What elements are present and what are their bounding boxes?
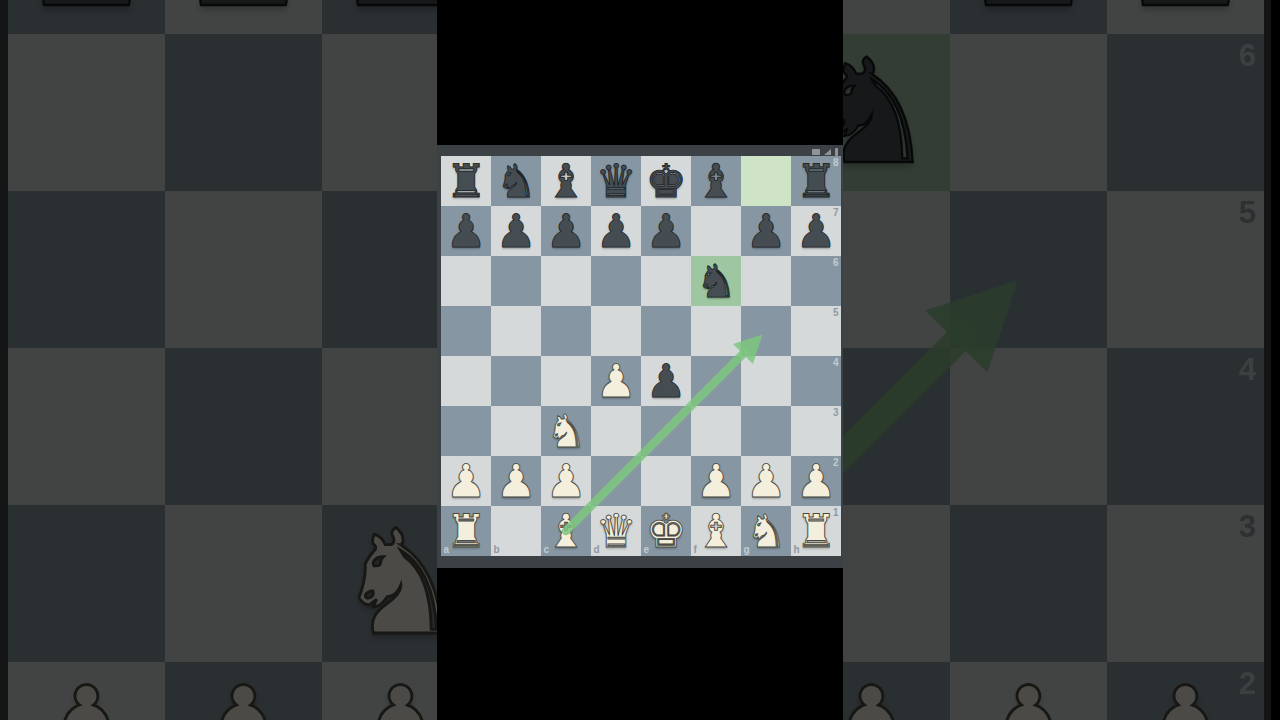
square-e4[interactable]: ♟ — [641, 356, 691, 406]
bg-square-g5 — [950, 191, 1107, 348]
bg-black-pawn: ♟ — [964, 0, 1094, 28]
white-knight[interactable]: ♞ — [545, 408, 586, 454]
bg-square-b7: ♟ — [165, 0, 322, 34]
square-h4[interactable]: 4 — [791, 356, 841, 406]
white-pawn[interactable]: ♟ — [595, 358, 636, 404]
bg-white-pawn: ♟ — [1121, 668, 1251, 720]
square-g6[interactable] — [741, 256, 791, 306]
black-rook[interactable]: ♜ — [445, 158, 486, 204]
square-a1[interactable]: ♜a — [441, 506, 491, 556]
bg-rank-label-6: 6 — [1239, 40, 1256, 71]
bg-white-pawn: ♟ — [22, 668, 152, 720]
square-e3[interactable] — [641, 406, 691, 456]
bg-square-a7: ♟ — [8, 0, 165, 34]
square-d4[interactable]: ♟ — [591, 356, 641, 406]
square-g4[interactable] — [741, 356, 791, 406]
rank-label-7: 7 — [833, 208, 839, 218]
square-b6[interactable] — [491, 256, 541, 306]
square-e1[interactable]: ♚e — [641, 506, 691, 556]
black-bishop[interactable]: ♝ — [695, 158, 736, 204]
square-g1[interactable]: ♞g — [741, 506, 791, 556]
black-pawn[interactable]: ♟ — [645, 358, 686, 404]
black-knight[interactable]: ♞ — [495, 158, 536, 204]
square-d1[interactable]: ♛d — [591, 506, 641, 556]
square-b2[interactable]: ♟ — [491, 456, 541, 506]
white-pawn[interactable]: ♟ — [545, 458, 586, 504]
file-label-f: f — [694, 545, 697, 555]
square-f8[interactable]: ♝ — [691, 156, 741, 206]
square-g5[interactable] — [741, 306, 791, 356]
square-a3[interactable] — [441, 406, 491, 456]
square-h3[interactable]: 3 — [791, 406, 841, 456]
square-a7[interactable]: ♟ — [441, 206, 491, 256]
square-e8[interactable]: ♚ — [641, 156, 691, 206]
bg-square-h7: ♟7 — [1107, 0, 1264, 34]
bg-square-h6: 6 — [1107, 34, 1264, 191]
bg-white-pawn: ♟ — [179, 668, 309, 720]
bg-rank-label-2: 2 — [1239, 668, 1256, 699]
bg-square-b5 — [165, 191, 322, 348]
square-b7[interactable]: ♟ — [491, 206, 541, 256]
black-pawn[interactable]: ♟ — [745, 208, 786, 254]
black-knight[interactable]: ♞ — [695, 258, 736, 304]
square-d3[interactable] — [591, 406, 641, 456]
square-d2[interactable] — [591, 456, 641, 506]
chess-board[interactable]: ♜♞♝♛♚♝♜8♟♟♟♟♟♟♟7♞65♟♟4♞3♟♟♟♟♟♟2♜ab♝c♛d♚e… — [441, 156, 841, 556]
rank-label-6: 6 — [833, 258, 839, 268]
white-pawn[interactable]: ♟ — [795, 458, 836, 504]
square-d7[interactable]: ♟ — [591, 206, 641, 256]
bg-square-a6 — [8, 34, 165, 191]
bg-square-g7: ♟ — [950, 0, 1107, 34]
file-label-h: h — [794, 545, 800, 555]
bg-square-h2: ♟2 — [1107, 662, 1264, 720]
white-king[interactable]: ♚ — [645, 508, 686, 554]
square-e5[interactable] — [641, 306, 691, 356]
bg-black-pawn: ♟ — [1121, 0, 1251, 28]
square-g8[interactable] — [741, 156, 791, 206]
black-pawn[interactable]: ♟ — [445, 208, 486, 254]
square-c7[interactable]: ♟ — [541, 206, 591, 256]
white-pawn[interactable]: ♟ — [745, 458, 786, 504]
black-pawn[interactable]: ♟ — [495, 208, 536, 254]
video-stage: ♜♞♝♛♚♝♜8♟♟♟♟♟♟♟7♞65♟♟4♞3♟♟♟♟♟♟2♜ab♝c♛d♚e… — [0, 0, 1280, 720]
square-c3[interactable]: ♞ — [541, 406, 591, 456]
bg-square-h3: 3 — [1107, 505, 1264, 662]
file-label-a: a — [444, 545, 450, 555]
square-h1[interactable]: ♜1h — [791, 506, 841, 556]
square-b5[interactable] — [491, 306, 541, 356]
bg-black-pawn: ♟ — [22, 0, 152, 28]
black-bishop[interactable]: ♝ — [545, 158, 586, 204]
white-knight[interactable]: ♞ — [745, 508, 786, 554]
bg-square-g6 — [950, 34, 1107, 191]
bg-square-g3 — [950, 505, 1107, 662]
square-c1[interactable]: ♝c — [541, 506, 591, 556]
bg-square-a3 — [8, 505, 165, 662]
rank-label-4: 4 — [833, 358, 839, 368]
file-label-g: g — [744, 545, 750, 555]
square-a6[interactable] — [441, 256, 491, 306]
bg-square-g4 — [950, 348, 1107, 505]
rank-label-3: 3 — [833, 408, 839, 418]
bg-square-b6 — [165, 34, 322, 191]
square-a5[interactable] — [441, 306, 491, 356]
square-f4[interactable] — [691, 356, 741, 406]
square-b1[interactable]: b — [491, 506, 541, 556]
square-a8[interactable]: ♜ — [441, 156, 491, 206]
square-d5[interactable] — [591, 306, 641, 356]
square-b3[interactable] — [491, 406, 541, 456]
black-king[interactable]: ♚ — [645, 158, 686, 204]
white-rook[interactable]: ♜ — [445, 508, 486, 554]
file-label-d: d — [594, 545, 600, 555]
bg-square-a4 — [8, 348, 165, 505]
square-f2[interactable]: ♟ — [691, 456, 741, 506]
white-queen[interactable]: ♛ — [595, 508, 636, 554]
square-b8[interactable]: ♞ — [491, 156, 541, 206]
square-e2[interactable] — [641, 456, 691, 506]
rank-label-2: 2 — [833, 458, 839, 468]
black-pawn[interactable]: ♟ — [645, 208, 686, 254]
square-b4[interactable] — [491, 356, 541, 406]
white-rook[interactable]: ♜ — [795, 508, 836, 554]
file-label-b: b — [494, 545, 500, 555]
black-pawn[interactable]: ♟ — [595, 208, 636, 254]
black-pawn[interactable]: ♟ — [795, 208, 836, 254]
white-bishop[interactable]: ♝ — [545, 508, 586, 554]
square-c4[interactable] — [541, 356, 591, 406]
bg-square-b4 — [165, 348, 322, 505]
square-d8[interactable]: ♛ — [591, 156, 641, 206]
black-rook[interactable]: ♜ — [795, 158, 836, 204]
rank-label-5: 5 — [833, 308, 839, 318]
rank-label-8: 8 — [833, 158, 839, 168]
square-c2[interactable]: ♟ — [541, 456, 591, 506]
white-pawn[interactable]: ♟ — [495, 458, 536, 504]
file-label-e: e — [644, 545, 650, 555]
square-h8[interactable]: ♜8 — [791, 156, 841, 206]
square-g3[interactable] — [741, 406, 791, 456]
square-a2[interactable]: ♟ — [441, 456, 491, 506]
bg-square-a5 — [8, 191, 165, 348]
square-c5[interactable] — [541, 306, 591, 356]
bg-white-pawn: ♟ — [964, 668, 1094, 720]
file-label-c: c — [544, 545, 550, 555]
square-f7[interactable] — [691, 206, 741, 256]
square-a4[interactable] — [441, 356, 491, 406]
white-pawn[interactable]: ♟ — [445, 458, 486, 504]
square-h6[interactable]: 6 — [791, 256, 841, 306]
square-h2[interactable]: ♟2 — [791, 456, 841, 506]
square-e7[interactable]: ♟ — [641, 206, 691, 256]
white-bishop[interactable]: ♝ — [695, 508, 736, 554]
chess-app-background: ♜♞♝♛♚♝♜8♟♟♟♟♟♟♟7♞65♟♟4♞3♟♟♟♟♟♟2♜ab♝c♛d♚e… — [437, 145, 843, 568]
square-h5[interactable]: 5 — [791, 306, 841, 356]
bg-square-b3 — [165, 505, 322, 662]
square-g7[interactable]: ♟ — [741, 206, 791, 256]
square-c8[interactable]: ♝ — [541, 156, 591, 206]
bg-square-a2: ♟ — [8, 662, 165, 720]
square-g2[interactable]: ♟ — [741, 456, 791, 506]
black-pawn[interactable]: ♟ — [545, 208, 586, 254]
rank-label-1: 1 — [833, 508, 839, 518]
square-c6[interactable] — [541, 256, 591, 306]
bg-rank-label-4: 4 — [1239, 354, 1256, 385]
square-h7[interactable]: ♟7 — [791, 206, 841, 256]
bg-black-pawn: ♟ — [179, 0, 309, 28]
bg-square-g2: ♟ — [950, 662, 1107, 720]
square-f6[interactable]: ♞ — [691, 256, 741, 306]
square-f1[interactable]: ♝f — [691, 506, 741, 556]
bg-square-h5: 5 — [1107, 191, 1264, 348]
square-f5[interactable] — [691, 306, 741, 356]
square-d6[interactable] — [591, 256, 641, 306]
black-queen[interactable]: ♛ — [595, 158, 636, 204]
bg-rank-label-5: 5 — [1239, 197, 1256, 228]
white-pawn[interactable]: ♟ — [695, 458, 736, 504]
bg-square-b2: ♟ — [165, 662, 322, 720]
square-f3[interactable] — [691, 406, 741, 456]
video-frame: ♜♞♝♛♚♝♜8♟♟♟♟♟♟♟7♞65♟♟4♞3♟♟♟♟♟♟2♜ab♝c♛d♚e… — [437, 0, 843, 720]
bg-rank-label-3: 3 — [1239, 511, 1256, 542]
square-e6[interactable] — [641, 256, 691, 306]
bg-square-h4: 4 — [1107, 348, 1264, 505]
